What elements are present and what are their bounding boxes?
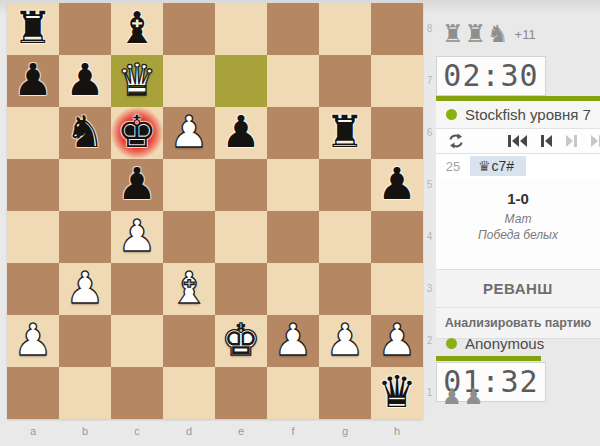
rank-label-7: 7	[423, 55, 436, 107]
square-a5[interactable]	[7, 159, 59, 211]
square-a3[interactable]	[7, 263, 59, 315]
square-c6[interactable]: ♚	[111, 107, 163, 159]
file-label-f: f	[267, 419, 319, 443]
black-knight-b6[interactable]: ♞	[59, 107, 111, 159]
bottom-player-name: Anonymous	[465, 335, 544, 352]
rematch-button[interactable]: РЕВАНШ	[436, 269, 600, 307]
square-c2[interactable]	[111, 315, 163, 367]
captured-pawn-icon: ♟	[442, 384, 462, 409]
captured-pawn-icon: ♟	[464, 384, 484, 409]
square-f3[interactable]	[267, 263, 319, 315]
square-b8[interactable]	[59, 3, 111, 55]
square-f7[interactable]	[267, 55, 319, 107]
white-bishop-d3[interactable]: ♝	[163, 263, 215, 315]
rank-label-8: 8	[423, 3, 436, 55]
square-c4[interactable]: ♟	[111, 211, 163, 263]
black-queen-h1[interactable]: ♛	[371, 367, 423, 419]
black-rook-a8[interactable]: ♜	[7, 3, 59, 55]
square-f8[interactable]	[267, 3, 319, 55]
square-g1[interactable]	[319, 367, 371, 419]
result-score: 1-0	[436, 190, 600, 207]
square-f1[interactable]	[267, 367, 319, 419]
square-e1[interactable]	[215, 367, 267, 419]
queen-icon: ♛	[478, 158, 491, 174]
square-h8[interactable]	[371, 3, 423, 55]
square-e6[interactable]: ♟	[215, 107, 267, 159]
black-king-c6[interactable]: ♚	[111, 107, 163, 159]
captured-material-top: ♜♜♞+11	[442, 20, 536, 48]
square-f5[interactable]	[267, 159, 319, 211]
black-pawn-c5[interactable]: ♟	[111, 159, 163, 211]
move-number: 25	[436, 159, 470, 174]
square-c3[interactable]	[111, 263, 163, 315]
first-move-icon[interactable]	[508, 135, 527, 147]
top-player-row: Stockfish уровня 7	[436, 101, 600, 128]
white-pawn-b3[interactable]: ♟	[59, 263, 111, 315]
white-pawn-a2[interactable]: ♟	[7, 315, 59, 367]
captured-material-bottom: ♟♟	[442, 384, 485, 409]
square-g4[interactable]	[319, 211, 371, 263]
black-bishop-c8[interactable]: ♝	[111, 3, 163, 55]
square-b5[interactable]	[59, 159, 111, 211]
square-d4[interactable]	[163, 211, 215, 263]
square-a6[interactable]	[7, 107, 59, 159]
black-rook-g6[interactable]: ♜	[319, 107, 371, 159]
rank-label-1: 1	[423, 367, 436, 419]
square-d1[interactable]	[163, 367, 215, 419]
previous-move-icon[interactable]	[541, 135, 552, 147]
square-g3[interactable]	[319, 263, 371, 315]
square-e7[interactable]	[215, 55, 267, 107]
material-advantage: +11	[515, 27, 536, 42]
file-label-d: d	[163, 419, 215, 443]
square-h5[interactable]: ♟	[371, 159, 423, 211]
move-san: c7#	[492, 158, 515, 174]
file-label-g: g	[319, 419, 371, 443]
result-block: 1-0 Мат Победа белых	[436, 178, 600, 269]
rank-label-2: 2	[423, 315, 436, 367]
replay-controls	[436, 128, 600, 154]
square-g2[interactable]: ♟	[319, 315, 371, 367]
square-h2[interactable]: ♟	[371, 315, 423, 367]
top-player-name: Stockfish уровня 7	[465, 106, 591, 123]
square-g5[interactable]	[319, 159, 371, 211]
square-c7[interactable]: ♛	[111, 55, 163, 107]
next-move-icon[interactable]	[566, 135, 577, 147]
white-pawn-d6[interactable]: ♟	[163, 107, 215, 159]
last-move-icon[interactable]	[591, 135, 600, 147]
rank-label-5: 5	[423, 159, 436, 211]
square-f2[interactable]: ♟	[267, 315, 319, 367]
rank-label-3: 3	[423, 263, 436, 315]
square-e5[interactable]	[215, 159, 267, 211]
square-g7[interactable]	[319, 55, 371, 107]
rank-label-4: 4	[423, 211, 436, 263]
square-h3[interactable]	[371, 263, 423, 315]
side-panel: ♜♜♞+11 02:30 Stockfish уровня 7	[436, 0, 600, 446]
white-pawn-c4[interactable]: ♟	[111, 211, 163, 263]
rank-labels: 87654321	[423, 3, 436, 419]
square-h1[interactable]: ♛	[371, 367, 423, 419]
square-c8[interactable]: ♝	[111, 3, 163, 55]
white-pawn-h2[interactable]: ♟	[371, 315, 423, 367]
square-d3[interactable]: ♝	[163, 263, 215, 315]
move-list-row: 25 ♛ c7#	[436, 154, 600, 178]
white-queen-c7[interactable]: ♛	[111, 55, 163, 107]
captured-rook-icon: ♜	[442, 20, 464, 48]
file-label-a: a	[7, 419, 59, 443]
chess-board[interactable]: ♜♝♟♟♛♞♚♟♟♜♟♟♟♟♝♟♚♟♟♟♛	[7, 3, 423, 419]
square-d5[interactable]	[163, 159, 215, 211]
square-f4[interactable]	[267, 211, 319, 263]
square-h7[interactable]	[371, 55, 423, 107]
square-d7[interactable]	[163, 55, 215, 107]
square-a8[interactable]: ♜	[7, 3, 59, 55]
file-label-e: e	[215, 419, 267, 443]
square-f6[interactable]	[267, 107, 319, 159]
square-b2[interactable]	[59, 315, 111, 367]
square-c5[interactable]: ♟	[111, 159, 163, 211]
sync-icon[interactable]	[448, 133, 464, 149]
captured-knight-icon: ♞	[487, 20, 509, 48]
square-b4[interactable]	[59, 211, 111, 263]
square-e4[interactable]	[215, 211, 267, 263]
square-d6[interactable]: ♟	[163, 107, 215, 159]
online-dot-icon	[446, 338, 457, 349]
square-h4[interactable]	[371, 211, 423, 263]
online-dot-icon	[446, 109, 457, 120]
square-h6[interactable]	[371, 107, 423, 159]
game-card: Stockfish уровня 7	[436, 101, 600, 339]
top-player-clock: 02:30	[436, 56, 546, 96]
square-a4[interactable]	[7, 211, 59, 263]
black-pawn-b7[interactable]: ♟	[59, 55, 111, 107]
white-pawn-f2[interactable]: ♟	[267, 315, 319, 367]
black-pawn-e6[interactable]: ♟	[215, 107, 267, 159]
square-a1[interactable]	[7, 367, 59, 419]
square-a2[interactable]: ♟	[7, 315, 59, 367]
square-a7[interactable]: ♟	[7, 55, 59, 107]
captured-rook-icon: ♜	[465, 20, 487, 48]
black-pawn-a7[interactable]: ♟	[7, 55, 59, 107]
square-e3[interactable]	[215, 263, 267, 315]
file-label-c: c	[111, 419, 163, 443]
file-label-h: h	[371, 419, 423, 443]
move-entry-selected[interactable]: ♛ c7#	[470, 156, 526, 176]
file-label-b: b	[59, 419, 111, 443]
file-labels: abcdefgh	[7, 419, 423, 443]
square-b6[interactable]: ♞	[59, 107, 111, 159]
result-status: Мат	[436, 211, 600, 227]
square-d2[interactable]	[163, 315, 215, 367]
bottom-player-row: Anonymous	[436, 330, 600, 357]
bottom-time-bar	[436, 356, 541, 361]
white-king-e2[interactable]: ♚	[215, 315, 267, 367]
square-b7[interactable]: ♟	[59, 55, 111, 107]
square-e8[interactable]	[215, 3, 267, 55]
black-pawn-h5[interactable]: ♟	[371, 159, 423, 211]
rank-label-6: 6	[423, 107, 436, 159]
square-c1[interactable]	[111, 367, 163, 419]
square-d8[interactable]	[163, 3, 215, 55]
square-g8[interactable]	[319, 3, 371, 55]
square-g6[interactable]: ♜	[319, 107, 371, 159]
square-b3[interactable]: ♟	[59, 263, 111, 315]
result-detail: Победа белых	[436, 227, 600, 243]
white-pawn-g2[interactable]: ♟	[319, 315, 371, 367]
square-b1[interactable]	[59, 367, 111, 419]
square-e2[interactable]: ♚	[215, 315, 267, 367]
